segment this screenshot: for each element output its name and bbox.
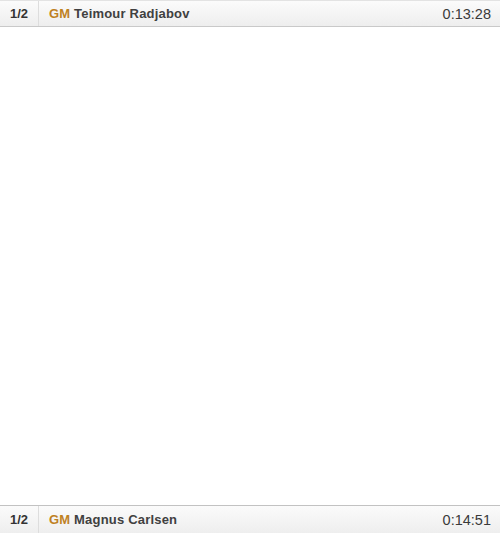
top-player-clock: 0:13:28: [443, 6, 500, 22]
bottom-player-clock: 0:14:51: [443, 512, 500, 528]
bottom-player-name: Magnus Carlsen: [74, 512, 177, 527]
bottom-player-bar: 1/2 GM Magnus Carlsen 0:14:51: [0, 505, 500, 533]
bottom-result-badge: 1/2: [0, 506, 39, 533]
board: [0, 27, 500, 505]
top-player-title: GM: [49, 6, 70, 21]
top-player-bar: 1/2 GM Teimour Radjabov 0:13:28: [0, 0, 500, 27]
top-player-name: Teimour Radjabov: [74, 6, 190, 21]
bottom-player-title: GM: [49, 512, 70, 527]
top-result-badge: 1/2: [0, 1, 39, 26]
